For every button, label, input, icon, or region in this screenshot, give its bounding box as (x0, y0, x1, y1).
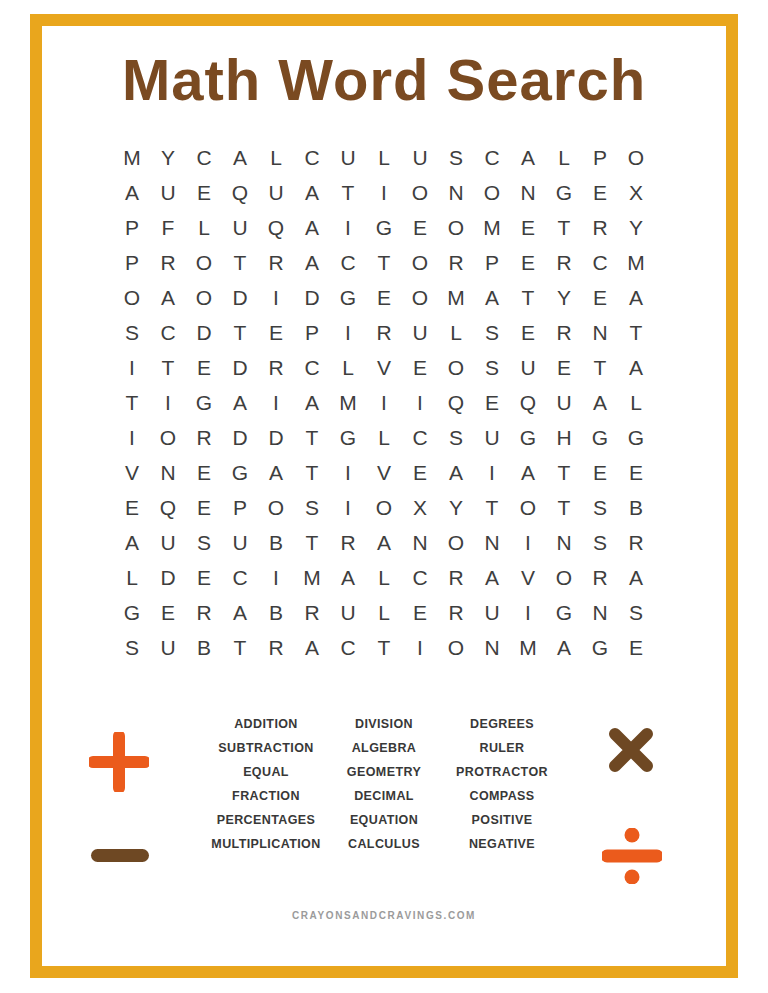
grid-cell: E (186, 175, 222, 210)
grid-cell: B (618, 490, 654, 525)
grid-cell: E (510, 315, 546, 350)
grid-cell: S (186, 525, 222, 560)
word-list-item: EQUATION (325, 808, 443, 832)
grid-cell: U (150, 175, 186, 210)
grid-cell: Y (438, 490, 474, 525)
word-list-item: CALCULUS (325, 832, 443, 856)
grid-cell: N (582, 315, 618, 350)
word-search-grid: MYCALCULUSCALPOAUEQUATIONONGEXPFLUQAIGEO… (114, 140, 654, 665)
grid-cell: Y (150, 140, 186, 175)
grid-cell: U (546, 385, 582, 420)
grid-cell: U (150, 525, 186, 560)
grid-cell: S (294, 490, 330, 525)
grid-cell: N (546, 525, 582, 560)
grid-cell: E (150, 595, 186, 630)
grid-cell: A (294, 245, 330, 280)
word-list-item: DECIMAL (325, 784, 443, 808)
grid-cell: A (114, 525, 150, 560)
word-list-item: COMPASS (443, 784, 561, 808)
word-list-item: FRACTION (207, 784, 325, 808)
grid-cell: T (546, 210, 582, 245)
grid-cell: A (330, 560, 366, 595)
grid-cell: A (114, 175, 150, 210)
grid-cell: O (186, 245, 222, 280)
grid-cell: B (258, 595, 294, 630)
grid-cell: F (150, 210, 186, 245)
grid-cell: R (258, 350, 294, 385)
grid-cell: C (150, 315, 186, 350)
grid-cell: P (294, 315, 330, 350)
grid-cell: D (222, 350, 258, 385)
word-list-item: EQUAL (207, 760, 325, 784)
grid-cell: B (186, 630, 222, 665)
grid-cell: R (546, 245, 582, 280)
grid-cell: U (474, 595, 510, 630)
grid-cell: M (510, 630, 546, 665)
grid-cell: R (438, 595, 474, 630)
grid-cell: S (438, 420, 474, 455)
grid-cell: R (150, 245, 186, 280)
grid-cell: O (438, 630, 474, 665)
grid-cell: X (402, 490, 438, 525)
grid-cell: N (510, 175, 546, 210)
grid-cell: I (366, 385, 402, 420)
grid-cell: R (330, 525, 366, 560)
grid-cell: I (366, 175, 402, 210)
grid-cell: T (222, 245, 258, 280)
grid-cell: C (402, 560, 438, 595)
grid-cell: N (582, 595, 618, 630)
grid-cell: A (438, 455, 474, 490)
grid-cell: T (294, 420, 330, 455)
grid-cell: G (582, 420, 618, 455)
grid-cell: U (150, 630, 186, 665)
grid-cell: E (474, 385, 510, 420)
grid-cell: T (222, 315, 258, 350)
grid-cell: D (222, 420, 258, 455)
grid-cell: A (222, 595, 258, 630)
grid-cell: I (330, 210, 366, 245)
grid-cell: I (402, 385, 438, 420)
grid-cell: T (474, 490, 510, 525)
grid-cell: X (618, 175, 654, 210)
grid-cell: E (402, 455, 438, 490)
grid-cell: T (618, 315, 654, 350)
word-list-item: MULTIPLICATION (207, 832, 325, 856)
grid-cell: I (510, 525, 546, 560)
grid-cell: L (546, 140, 582, 175)
grid-cell: I (258, 280, 294, 315)
grid-cell: T (114, 385, 150, 420)
grid-cell: A (474, 280, 510, 315)
grid-cell: E (186, 350, 222, 385)
grid-cell: U (330, 140, 366, 175)
grid-cell: E (582, 175, 618, 210)
grid-cell: T (582, 350, 618, 385)
grid-cell: E (510, 210, 546, 245)
grid-cell: A (618, 280, 654, 315)
grid-cell: E (582, 280, 618, 315)
grid-cell: D (258, 420, 294, 455)
grid-cell: O (366, 490, 402, 525)
grid-cell: U (402, 315, 438, 350)
grid-cell: S (582, 525, 618, 560)
grid-cell: P (474, 245, 510, 280)
grid-cell: G (546, 175, 582, 210)
grid-cell: V (366, 350, 402, 385)
grid-cell: E (510, 245, 546, 280)
grid-cell: A (150, 280, 186, 315)
word-list-item: ADDITION (207, 712, 325, 736)
grid-cell: A (366, 525, 402, 560)
grid-cell: O (402, 175, 438, 210)
grid-cell: H (546, 420, 582, 455)
grid-cell: L (366, 140, 402, 175)
grid-cell: S (582, 490, 618, 525)
grid-cell: R (438, 245, 474, 280)
grid-cell: Y (618, 210, 654, 245)
grid-cell: D (294, 280, 330, 315)
grid-cell: O (186, 280, 222, 315)
grid-cell: L (330, 350, 366, 385)
grid-cell: E (618, 630, 654, 665)
grid-cell: I (258, 385, 294, 420)
grid-cell: C (402, 420, 438, 455)
divide-icon (602, 828, 662, 884)
grid-cell: A (294, 630, 330, 665)
grid-cell: A (222, 385, 258, 420)
grid-cell: I (510, 595, 546, 630)
grid-cell: A (510, 455, 546, 490)
grid-cell: T (510, 280, 546, 315)
grid-cell: C (582, 245, 618, 280)
grid-cell: G (510, 420, 546, 455)
multiply-icon (606, 725, 656, 775)
grid-cell: E (186, 490, 222, 525)
grid-cell: C (294, 140, 330, 175)
grid-cell: U (474, 420, 510, 455)
word-list-item: NEGATIVE (443, 832, 561, 856)
grid-cell: R (258, 630, 294, 665)
grid-cell: A (294, 385, 330, 420)
grid-cell: T (294, 525, 330, 560)
grid-cell: I (330, 490, 366, 525)
grid-cell: O (114, 280, 150, 315)
word-list-item: DIVISION (325, 712, 443, 736)
grid-cell: G (186, 385, 222, 420)
grid-cell: T (546, 490, 582, 525)
grid-cell: C (474, 140, 510, 175)
grid-cell: U (510, 350, 546, 385)
grid-cell: T (366, 630, 402, 665)
grid-cell: N (438, 175, 474, 210)
grid-cell: T (150, 350, 186, 385)
word-list-item: SUBTRACTION (207, 736, 325, 760)
grid-cell: A (294, 210, 330, 245)
grid-cell: O (402, 280, 438, 315)
grid-cell: I (114, 350, 150, 385)
grid-cell: R (546, 315, 582, 350)
footer-credit: CRAYONSANDCRAVINGS.COM (0, 910, 768, 921)
grid-cell: I (114, 420, 150, 455)
grid-cell: E (258, 315, 294, 350)
word-list-column-1: ADDITIONSUBTRACTIONEQUALFRACTIONPERCENTA… (207, 712, 325, 856)
grid-cell: R (186, 420, 222, 455)
word-list-column-3: DEGREESRULERPROTRACTORCOMPASSPOSITIVENEG… (443, 712, 561, 856)
grid-cell: L (618, 385, 654, 420)
grid-cell: C (222, 560, 258, 595)
grid-cell: E (582, 455, 618, 490)
grid-cell: V (510, 560, 546, 595)
grid-cell: R (186, 595, 222, 630)
grid-cell: A (510, 140, 546, 175)
grid-cell: E (546, 350, 582, 385)
grid-cell: M (474, 210, 510, 245)
page-title: Math Word Search (0, 46, 768, 113)
word-list-item: PROTRACTOR (443, 760, 561, 784)
grid-cell: M (618, 245, 654, 280)
grid-cell: L (186, 210, 222, 245)
grid-cell: B (258, 525, 294, 560)
grid-cell: I (330, 455, 366, 490)
grid-cell: G (582, 630, 618, 665)
grid-cell: G (330, 420, 366, 455)
grid-cell: Y (546, 280, 582, 315)
grid-cell: E (402, 595, 438, 630)
grid-cell: E (402, 210, 438, 245)
grid-cell: C (294, 350, 330, 385)
grid-cell: P (222, 490, 258, 525)
grid-cell: D (186, 315, 222, 350)
grid-cell: G (330, 280, 366, 315)
grid-cell: N (150, 455, 186, 490)
plus-icon (89, 732, 149, 792)
grid-cell: T (366, 245, 402, 280)
grid-cell: Q (258, 210, 294, 245)
grid-cell: I (150, 385, 186, 420)
grid-cell: G (546, 595, 582, 630)
grid-cell: S (618, 595, 654, 630)
grid-cell: U (258, 175, 294, 210)
word-list-item: POSITIVE (443, 808, 561, 832)
grid-cell: S (474, 350, 510, 385)
grid-cell: T (294, 455, 330, 490)
word-list-item: ALGEBRA (325, 736, 443, 760)
grid-cell: P (114, 245, 150, 280)
grid-cell: O (546, 560, 582, 595)
grid-cell: O (258, 490, 294, 525)
grid-cell: S (114, 630, 150, 665)
grid-cell: I (474, 455, 510, 490)
grid-cell: N (474, 630, 510, 665)
grid-cell: R (294, 595, 330, 630)
grid-cell: M (294, 560, 330, 595)
grid-cell: A (546, 630, 582, 665)
grid-cell: T (330, 175, 366, 210)
grid-cell: P (582, 140, 618, 175)
grid-cell: N (474, 525, 510, 560)
grid-cell: E (114, 490, 150, 525)
grid-cell: V (114, 455, 150, 490)
grid-cell: C (330, 630, 366, 665)
grid-cell: G (618, 420, 654, 455)
word-list-item: PERCENTAGES (207, 808, 325, 832)
word-list-item: GEOMETRY (325, 760, 443, 784)
grid-cell: O (150, 420, 186, 455)
grid-cell: Q (150, 490, 186, 525)
grid-cell: N (402, 525, 438, 560)
grid-cell: M (114, 140, 150, 175)
grid-cell: R (582, 560, 618, 595)
grid-cell: T (546, 455, 582, 490)
grid-cell: G (366, 210, 402, 245)
grid-cell: P (114, 210, 150, 245)
grid-cell: Q (438, 385, 474, 420)
word-list-column-2: DIVISIONALGEBRAGEOMETRYDECIMALEQUATIONCA… (325, 712, 443, 856)
grid-cell: C (186, 140, 222, 175)
grid-cell: R (366, 315, 402, 350)
grid-cell: T (222, 630, 258, 665)
grid-cell: I (258, 560, 294, 595)
grid-cell: E (402, 350, 438, 385)
grid-cell: A (222, 140, 258, 175)
grid-cell: O (438, 525, 474, 560)
grid-cell: I (330, 315, 366, 350)
grid-cell: A (474, 560, 510, 595)
grid-cell: A (582, 385, 618, 420)
grid-cell: L (438, 315, 474, 350)
grid-cell: G (222, 455, 258, 490)
grid-cell: L (258, 140, 294, 175)
grid-cell: E (186, 455, 222, 490)
grid-cell: O (618, 140, 654, 175)
grid-cell: V (366, 455, 402, 490)
word-list-item: RULER (443, 736, 561, 760)
grid-cell: D (222, 280, 258, 315)
grid-cell: Q (222, 175, 258, 210)
grid-cell: L (366, 420, 402, 455)
grid-cell: L (114, 560, 150, 595)
grid-cell: A (258, 455, 294, 490)
word-list-item: DEGREES (443, 712, 561, 736)
grid-cell: S (438, 140, 474, 175)
grid-cell: O (438, 350, 474, 385)
grid-cell: U (222, 210, 258, 245)
grid-cell: S (114, 315, 150, 350)
grid-cell: U (402, 140, 438, 175)
grid-cell: L (366, 595, 402, 630)
grid-cell: O (402, 245, 438, 280)
grid-cell: E (366, 280, 402, 315)
grid-cell: L (366, 560, 402, 595)
grid-cell: O (438, 210, 474, 245)
grid-cell: Q (510, 385, 546, 420)
grid-cell: U (222, 525, 258, 560)
grid-cell: A (618, 350, 654, 385)
grid-cell: C (330, 245, 366, 280)
worksheet-page: Math Word Search MYCALCULUSCALPOAUEQUATI… (0, 0, 768, 993)
grid-cell: R (582, 210, 618, 245)
grid-cell: S (474, 315, 510, 350)
minus-icon (91, 849, 149, 862)
grid-cell: A (294, 175, 330, 210)
grid-cell: R (258, 245, 294, 280)
word-list: ADDITIONSUBTRACTIONEQUALFRACTIONPERCENTA… (207, 712, 561, 856)
grid-cell: M (330, 385, 366, 420)
grid-cell: O (474, 175, 510, 210)
grid-cell: R (438, 560, 474, 595)
grid-cell: E (186, 560, 222, 595)
grid-cell: A (618, 560, 654, 595)
grid-cell: D (150, 560, 186, 595)
grid-cell: R (618, 525, 654, 560)
grid-cell: O (510, 490, 546, 525)
grid-cell: I (402, 630, 438, 665)
grid-cell: E (618, 455, 654, 490)
grid-cell: U (330, 595, 366, 630)
grid-cell: M (438, 280, 474, 315)
grid-cell: G (114, 595, 150, 630)
